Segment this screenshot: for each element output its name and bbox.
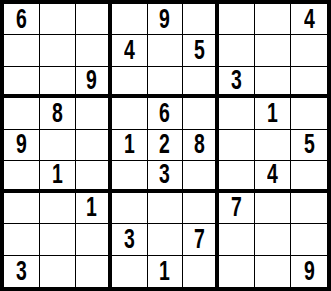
cell-r9c9[interactable]: 9 <box>291 256 327 287</box>
cell-r8c7[interactable] <box>219 224 255 255</box>
given-digit: 3 <box>124 226 135 253</box>
cell-r1c3[interactable] <box>76 4 112 35</box>
cell-r7c5[interactable] <box>148 193 184 224</box>
cell-r6c6[interactable] <box>183 161 219 192</box>
cell-r7c2[interactable] <box>40 193 76 224</box>
cell-r1c8[interactable] <box>255 4 291 35</box>
cell-r3c1[interactable] <box>4 67 40 98</box>
cell-r9c2[interactable] <box>40 256 76 287</box>
cell-r8c3[interactable] <box>76 224 112 255</box>
cell-r4c6[interactable] <box>183 98 219 129</box>
cell-r4c1[interactable] <box>4 98 40 129</box>
cell-r8c9[interactable] <box>291 224 327 255</box>
given-digit: 9 <box>304 258 315 285</box>
cell-r4c3[interactable] <box>76 98 112 129</box>
given-digit: 8 <box>194 131 205 158</box>
given-digit: 5 <box>194 37 205 64</box>
cell-r4c9[interactable] <box>291 98 327 129</box>
cell-r8c1[interactable] <box>4 224 40 255</box>
cell-r8c2[interactable] <box>40 224 76 255</box>
cell-r6c3[interactable] <box>76 161 112 192</box>
cell-r4c4[interactable] <box>112 98 148 129</box>
given-digit: 9 <box>86 67 97 94</box>
cell-r1c1[interactable]: 6 <box>4 4 40 35</box>
given-digit: 3 <box>160 161 171 188</box>
cell-r1c6[interactable] <box>183 4 219 35</box>
given-digit: 6 <box>16 6 27 33</box>
given-digit: 3 <box>231 67 242 94</box>
cell-r7c1[interactable] <box>4 193 40 224</box>
cell-r6c8[interactable]: 4 <box>255 161 291 192</box>
cell-r3c9[interactable] <box>291 67 327 98</box>
cell-r1c2[interactable] <box>40 4 76 35</box>
given-digit: 6 <box>160 100 171 127</box>
given-digit: 8 <box>52 100 63 127</box>
cell-r3c3[interactable]: 9 <box>76 67 112 98</box>
cell-r7c6[interactable] <box>183 193 219 224</box>
cell-r7c7[interactable]: 7 <box>219 193 255 224</box>
cell-r5c3[interactable] <box>76 130 112 161</box>
given-digit: 1 <box>86 194 97 221</box>
given-digit: 7 <box>231 194 242 221</box>
given-digit: 4 <box>304 6 315 33</box>
cell-r5c1[interactable]: 9 <box>4 130 40 161</box>
cell-r5c2[interactable] <box>40 130 76 161</box>
cell-r1c7[interactable] <box>219 4 255 35</box>
cell-r8c8[interactable] <box>255 224 291 255</box>
cell-r8c4[interactable]: 3 <box>112 224 148 255</box>
given-digit: 7 <box>194 226 205 253</box>
given-digit: 9 <box>160 6 171 33</box>
cell-r6c9[interactable] <box>291 161 327 192</box>
cell-r2c9[interactable] <box>291 35 327 66</box>
sudoku-puzzle: 6944593861912851341737319 <box>0 0 331 291</box>
cell-r4c5[interactable]: 6 <box>148 98 184 129</box>
given-digit: 1 <box>52 161 63 188</box>
given-digit: 3 <box>16 258 27 285</box>
given-digit: 1 <box>267 100 278 127</box>
cell-r6c7[interactable] <box>219 161 255 192</box>
cell-r7c4[interactable] <box>112 193 148 224</box>
cell-r1c5[interactable]: 9 <box>148 4 184 35</box>
cell-r2c4[interactable]: 4 <box>112 35 148 66</box>
cell-r2c6[interactable]: 5 <box>183 35 219 66</box>
cell-r8c5[interactable] <box>148 224 184 255</box>
given-digit: 1 <box>160 258 171 285</box>
cell-r5c4[interactable]: 1 <box>112 130 148 161</box>
cell-r1c9[interactable]: 4 <box>291 4 327 35</box>
cell-r2c5[interactable] <box>148 35 184 66</box>
cell-r5c8[interactable] <box>255 130 291 161</box>
cell-r6c1[interactable] <box>4 161 40 192</box>
given-digit: 2 <box>160 131 171 158</box>
cell-r6c2[interactable]: 1 <box>40 161 76 192</box>
cell-r2c3[interactable] <box>76 35 112 66</box>
cell-r3c4[interactable] <box>112 67 148 98</box>
cell-r2c8[interactable] <box>255 35 291 66</box>
given-digit: 5 <box>304 131 315 158</box>
cell-r2c1[interactable] <box>4 35 40 66</box>
cell-r5c6[interactable]: 8 <box>183 130 219 161</box>
cell-r5c7[interactable] <box>219 130 255 161</box>
cell-r3c5[interactable] <box>148 67 184 98</box>
cell-r9c8[interactable] <box>255 256 291 287</box>
cell-r7c3[interactable]: 1 <box>76 193 112 224</box>
given-digit: 9 <box>16 131 27 158</box>
cell-r7c9[interactable] <box>291 193 327 224</box>
given-digit: 4 <box>124 37 135 64</box>
cell-r9c4[interactable] <box>112 256 148 287</box>
sudoku-board: 6944593861912851341737319 <box>0 0 331 291</box>
cell-r3c2[interactable] <box>40 67 76 98</box>
cell-r3c6[interactable] <box>183 67 219 98</box>
cell-r9c1[interactable]: 3 <box>4 256 40 287</box>
cell-r9c3[interactable] <box>76 256 112 287</box>
cell-r8c6[interactable]: 7 <box>183 224 219 255</box>
cell-r9c7[interactable] <box>219 256 255 287</box>
cell-r7c8[interactable] <box>255 193 291 224</box>
cell-r6c4[interactable] <box>112 161 148 192</box>
cell-r1c4[interactable] <box>112 4 148 35</box>
cell-r4c8[interactable]: 1 <box>255 98 291 129</box>
cell-r2c2[interactable] <box>40 35 76 66</box>
cell-r5c9[interactable]: 5 <box>291 130 327 161</box>
cell-r4c7[interactable] <box>219 98 255 129</box>
given-digit: 4 <box>267 161 278 188</box>
cell-r6c5[interactable]: 3 <box>148 161 184 192</box>
cell-r5c5[interactable]: 2 <box>148 130 184 161</box>
cell-r9c5[interactable]: 1 <box>148 256 184 287</box>
cell-r9c6[interactable] <box>183 256 219 287</box>
cell-r2c7[interactable] <box>219 35 255 66</box>
given-digit: 1 <box>124 131 135 158</box>
cell-r4c2[interactable]: 8 <box>40 98 76 129</box>
cell-r3c7[interactable]: 3 <box>219 67 255 98</box>
cell-r3c8[interactable] <box>255 67 291 98</box>
